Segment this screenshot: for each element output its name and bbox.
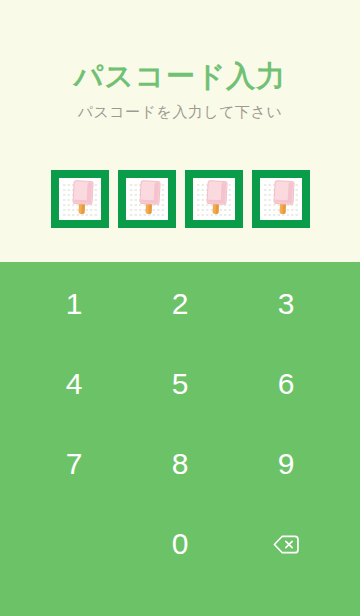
popsicle-icon: [193, 178, 235, 220]
key-9[interactable]: 9: [233, 424, 339, 504]
numeric-keypad: 1 2 3 4 5 6 7 8 9 0: [0, 262, 360, 616]
backspace-key[interactable]: [233, 504, 339, 584]
passcode-slot-1: [51, 170, 109, 228]
passcode-slot-2: [118, 170, 176, 228]
key-7[interactable]: 7: [21, 424, 127, 504]
page-title: パスコード入力: [0, 0, 360, 93]
page-subtitle: パスコードを入力して下さい: [0, 103, 360, 120]
key-5[interactable]: 5: [127, 344, 233, 424]
passcode-screen: パスコード入力 パスコードを入力して下さい: [0, 0, 360, 616]
key-3[interactable]: 3: [233, 264, 339, 344]
key-0[interactable]: 0: [127, 504, 233, 584]
backspace-icon: [272, 534, 300, 555]
key-8[interactable]: 8: [127, 424, 233, 504]
key-4[interactable]: 4: [21, 344, 127, 424]
keypad-spacer: [21, 504, 127, 584]
popsicle-icon: [126, 178, 168, 220]
key-6[interactable]: 6: [233, 344, 339, 424]
passcode-slot-4: [252, 170, 310, 228]
key-2[interactable]: 2: [127, 264, 233, 344]
key-1[interactable]: 1: [21, 264, 127, 344]
passcode-header-section: パスコード入力 パスコードを入力して下さい: [0, 0, 360, 262]
passcode-slots: [0, 170, 360, 228]
passcode-slot-3: [185, 170, 243, 228]
popsicle-icon: [260, 178, 302, 220]
popsicle-icon: [59, 178, 101, 220]
